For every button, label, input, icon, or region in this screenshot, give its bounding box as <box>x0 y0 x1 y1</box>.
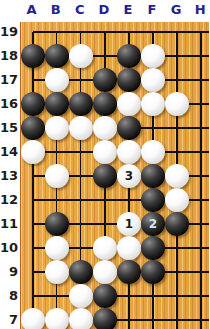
row-label-13: 13 <box>0 164 18 188</box>
grid-line-row-19 <box>33 31 210 33</box>
black-stone-E15[interactable] <box>117 116 141 140</box>
white-stone-B17[interactable] <box>45 68 69 92</box>
white-stone-E14[interactable] <box>117 140 141 164</box>
row-label-7: 7 <box>0 308 18 329</box>
black-stone-F11[interactable]: 2 <box>141 212 165 236</box>
white-stone-F16[interactable] <box>141 92 165 116</box>
row-label-12: 12 <box>0 188 18 212</box>
black-stone-F13[interactable] <box>141 164 165 188</box>
grid-line-column-A <box>32 32 34 329</box>
black-stone-E9[interactable] <box>117 260 141 284</box>
column-label-A: A <box>20 1 44 19</box>
move-number-label-F11: 2 <box>149 218 157 230</box>
white-stone-C18[interactable] <box>69 44 93 68</box>
move-number-label-E11: 1 <box>125 218 133 230</box>
black-stone-F10[interactable] <box>141 236 165 260</box>
white-stone-G12[interactable] <box>165 188 189 212</box>
row-label-16: 16 <box>0 92 18 116</box>
white-stone-D15[interactable] <box>93 116 117 140</box>
row-label-19: 19 <box>0 20 18 44</box>
column-label-B: B <box>44 1 68 19</box>
go-board: 312 <box>20 22 209 329</box>
black-stone-F12[interactable] <box>141 188 165 212</box>
white-stone-D14[interactable] <box>93 140 117 164</box>
row-label-9: 9 <box>0 260 18 284</box>
black-stone-B16[interactable] <box>45 92 69 116</box>
white-stone-A14[interactable] <box>21 140 45 164</box>
white-stone-E16[interactable] <box>117 92 141 116</box>
row-label-8: 8 <box>0 284 18 308</box>
white-stone-B7[interactable] <box>45 308 69 329</box>
grid-line-column-H <box>200 32 202 329</box>
row-label-14: 14 <box>0 140 18 164</box>
black-stone-C9[interactable] <box>69 260 93 284</box>
black-stone-F9[interactable] <box>141 260 165 284</box>
white-stone-C8[interactable] <box>69 284 93 308</box>
black-stone-A16[interactable] <box>21 92 45 116</box>
white-stone-G16[interactable] <box>165 92 189 116</box>
row-label-11: 11 <box>0 212 18 236</box>
black-stone-D7[interactable] <box>93 308 117 329</box>
white-stone-E11[interactable]: 1 <box>117 212 141 236</box>
white-stone-B10[interactable] <box>45 236 69 260</box>
black-stone-B18[interactable] <box>45 44 69 68</box>
white-stone-D9[interactable] <box>93 260 117 284</box>
black-stone-D13[interactable] <box>93 164 117 188</box>
black-stone-B11[interactable] <box>45 212 69 236</box>
column-label-G: G <box>164 1 188 19</box>
go-game-view: ABCDEFGH 19181716151413121110987 312 <box>0 0 209 329</box>
black-stone-A15[interactable] <box>21 116 45 140</box>
white-stone-F17[interactable] <box>141 68 165 92</box>
row-label-15: 15 <box>0 116 18 140</box>
black-stone-G11[interactable] <box>165 212 189 236</box>
white-stone-B13[interactable] <box>45 164 69 188</box>
move-number-label-E13: 3 <box>125 170 133 182</box>
row-label-17: 17 <box>0 68 18 92</box>
column-label-F: F <box>140 1 164 19</box>
white-stone-D10[interactable] <box>93 236 117 260</box>
black-stone-D17[interactable] <box>93 68 117 92</box>
black-stone-D8[interactable] <box>93 284 117 308</box>
column-label-C: C <box>68 1 92 19</box>
white-stone-A7[interactable] <box>21 308 45 329</box>
white-stone-B9[interactable] <box>45 260 69 284</box>
white-stone-G13[interactable] <box>165 164 189 188</box>
white-stone-F14[interactable] <box>141 140 165 164</box>
black-stone-D16[interactable] <box>93 92 117 116</box>
column-label-E: E <box>116 1 140 19</box>
black-stone-E18[interactable] <box>117 44 141 68</box>
white-stone-C15[interactable] <box>69 116 93 140</box>
black-stone-A18[interactable] <box>21 44 45 68</box>
grid-line-row-8 <box>33 295 210 297</box>
white-stone-B15[interactable] <box>45 116 69 140</box>
black-stone-C16[interactable] <box>69 92 93 116</box>
white-stone-F18[interactable] <box>141 44 165 68</box>
black-stone-E17[interactable] <box>117 68 141 92</box>
row-label-10: 10 <box>0 236 18 260</box>
column-label-D: D <box>92 1 116 19</box>
white-stone-E10[interactable] <box>117 236 141 260</box>
row-label-18: 18 <box>0 44 18 68</box>
white-stone-E13[interactable]: 3 <box>117 164 141 188</box>
white-stone-C7[interactable] <box>69 308 93 329</box>
column-label-H: H <box>188 1 209 19</box>
